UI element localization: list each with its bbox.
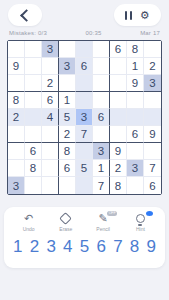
cell-r7c2[interactable]: 6 xyxy=(25,143,42,160)
cell-r1c8[interactable]: 8 xyxy=(127,41,144,58)
header-actions: ⚙ xyxy=(114,4,161,26)
cell-r6c1[interactable] xyxy=(8,126,25,143)
cell-r9c1[interactable]: 3 xyxy=(8,177,25,194)
cell-r9c4[interactable] xyxy=(59,177,76,194)
cell-r7c1[interactable] xyxy=(8,143,25,160)
cell-r2c6[interactable] xyxy=(93,58,110,75)
cell-r1c2[interactable] xyxy=(25,41,42,58)
cell-r3c8[interactable]: 9 xyxy=(127,75,144,92)
cell-r1c7[interactable]: 6 xyxy=(110,41,127,58)
cell-r5c9[interactable] xyxy=(144,109,161,126)
undo-icon: ↶ xyxy=(24,213,33,224)
cell-r7c3[interactable] xyxy=(42,143,59,160)
cell-r4c8[interactable] xyxy=(127,92,144,109)
cell-r3c4[interactable] xyxy=(59,75,76,92)
cell-r3c6[interactable] xyxy=(93,75,110,92)
cell-r8c8[interactable]: 3 xyxy=(127,160,144,177)
cell-r6c6[interactable] xyxy=(93,126,110,143)
cell-r7c6[interactable]: 3 xyxy=(93,143,110,160)
numpad-4[interactable]: 4 xyxy=(63,235,72,259)
numpad-8[interactable]: 8 xyxy=(130,235,139,259)
cell-r7c5[interactable] xyxy=(76,143,93,160)
numpad-5[interactable]: 5 xyxy=(80,235,89,259)
cell-r9c8[interactable] xyxy=(127,177,144,194)
cell-r6c8[interactable]: 6 xyxy=(127,126,144,143)
cell-r4c4[interactable]: 1 xyxy=(59,92,76,109)
timer: 00:35 xyxy=(86,30,102,36)
cell-r5c3[interactable]: 4 xyxy=(42,109,59,126)
numpad-3[interactable]: 3 xyxy=(46,235,55,259)
cell-r1c9[interactable] xyxy=(144,41,161,58)
cell-r8c2[interactable]: 8 xyxy=(25,160,42,177)
cell-r2c8[interactable]: 1 xyxy=(127,58,144,75)
settings-gear-icon[interactable]: ⚙ xyxy=(140,10,150,21)
numpad-6[interactable]: 6 xyxy=(96,235,105,259)
cell-r2c3[interactable] xyxy=(42,58,59,75)
cell-r2c2[interactable] xyxy=(25,58,42,75)
cell-r6c4[interactable]: 2 xyxy=(59,126,76,143)
cell-r9c2[interactable] xyxy=(25,177,42,194)
cell-r3c9[interactable]: 3 xyxy=(144,75,161,92)
cell-r8c9[interactable]: 7 xyxy=(144,160,161,177)
cell-r4c7[interactable] xyxy=(110,92,127,109)
lightbulb-icon xyxy=(136,213,145,224)
cell-r4c1[interactable]: 8 xyxy=(8,92,25,109)
controls-card: ↶ Undo Erase OFF ✎ Pencil Hint 123456789 xyxy=(4,207,165,268)
cell-r2c4[interactable]: 3 xyxy=(59,58,76,75)
cell-r8c4[interactable]: 6 xyxy=(59,160,76,177)
date-label: Mar 17 xyxy=(140,30,160,36)
numpad-2[interactable]: 2 xyxy=(30,235,39,259)
numpad-1[interactable]: 1 xyxy=(13,235,22,259)
cell-r2c1[interactable]: 9 xyxy=(8,58,25,75)
cell-r9c6[interactable]: 7 xyxy=(93,177,110,194)
cell-r7c9[interactable] xyxy=(144,143,161,160)
numpad-7[interactable]: 7 xyxy=(113,235,122,259)
cell-r5c5[interactable]: 3 xyxy=(76,109,93,126)
cell-r9c7[interactable]: 8 xyxy=(110,177,127,194)
cell-r6c5[interactable]: 7 xyxy=(76,126,93,143)
cell-r1c4[interactable] xyxy=(59,41,76,58)
status-bar: Mistakes: 0/3 00:35 Mar 17 xyxy=(9,28,160,38)
cell-r7c7[interactable]: 9 xyxy=(110,143,127,160)
cell-r3c2[interactable] xyxy=(25,75,42,92)
toolbar: ↶ Undo Erase OFF ✎ Pencil Hint xyxy=(4,207,165,232)
back-chevron-icon xyxy=(20,9,33,22)
cell-r8c6[interactable]: 1 xyxy=(93,160,110,177)
cell-r8c3[interactable] xyxy=(42,160,59,177)
cell-r6c7[interactable] xyxy=(110,126,127,143)
cell-r3c3[interactable]: 2 xyxy=(42,75,59,92)
cell-r9c9[interactable]: 6 xyxy=(144,177,161,194)
sudoku-board: 36893612293861245362769683986512373786 xyxy=(7,40,162,195)
pencil-off-badge: OFF xyxy=(107,211,117,216)
hint-badge xyxy=(146,211,153,216)
mistakes-counter: Mistakes: 0/3 xyxy=(9,30,47,36)
number-pad: 123456789 xyxy=(4,232,165,259)
numpad-9[interactable]: 9 xyxy=(147,235,156,259)
cell-r8c1[interactable] xyxy=(8,160,25,177)
cell-r2c9[interactable]: 2 xyxy=(144,58,161,75)
hint-button[interactable]: Hint xyxy=(125,213,155,232)
cell-r4c5[interactable] xyxy=(76,92,93,109)
cell-r6c9[interactable]: 9 xyxy=(144,126,161,143)
cell-r4c9[interactable] xyxy=(144,92,161,109)
cell-r7c4[interactable]: 8 xyxy=(59,143,76,160)
undo-button[interactable]: ↶ Undo xyxy=(14,213,44,232)
cell-r7c8[interactable] xyxy=(127,143,144,160)
erase-button[interactable]: Erase xyxy=(51,213,81,232)
cell-r9c3[interactable] xyxy=(42,177,59,194)
cell-r3c5[interactable] xyxy=(76,75,93,92)
cell-r8c5[interactable]: 5 xyxy=(76,160,93,177)
pencil-button[interactable]: OFF ✎ Pencil xyxy=(88,213,118,232)
cell-r4c6[interactable] xyxy=(93,92,110,109)
cell-r1c3[interactable]: 3 xyxy=(42,41,59,58)
cell-r9c5[interactable] xyxy=(76,177,93,194)
back-button[interactable] xyxy=(8,4,42,26)
cell-r3c7[interactable] xyxy=(110,75,127,92)
cell-r5c4[interactable]: 5 xyxy=(59,109,76,126)
cell-r5c1[interactable]: 2 xyxy=(8,109,25,126)
cell-r1c5[interactable] xyxy=(76,41,93,58)
cell-r4c3[interactable]: 6 xyxy=(42,92,59,109)
cell-r5c6[interactable]: 6 xyxy=(93,109,110,126)
cell-r4c2[interactable] xyxy=(25,92,42,109)
cell-r2c5[interactable]: 6 xyxy=(76,58,93,75)
cell-r8c7[interactable]: 2 xyxy=(110,160,127,177)
cell-r1c6[interactable] xyxy=(93,41,110,58)
pause-button[interactable] xyxy=(125,11,132,20)
cell-r6c2[interactable] xyxy=(25,126,42,143)
cell-r1c1[interactable] xyxy=(8,41,25,58)
cell-r5c2[interactable] xyxy=(25,109,42,126)
eraser-icon xyxy=(61,213,70,224)
cell-r5c8[interactable] xyxy=(127,109,144,126)
cell-r3c1[interactable] xyxy=(8,75,25,92)
cell-r6c3[interactable] xyxy=(42,126,59,143)
cell-r5c7[interactable] xyxy=(110,109,127,126)
cell-r2c7[interactable] xyxy=(110,58,127,75)
